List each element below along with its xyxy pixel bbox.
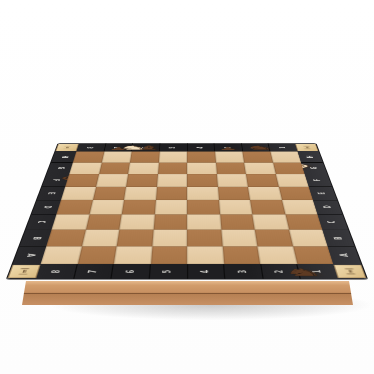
- square-a7[interactable]: [77, 246, 116, 264]
- square-a3[interactable]: [222, 246, 260, 264]
- piece-white-knight-h4[interactable]: ♞: [183, 153, 220, 160]
- coord-label-4: 4: [187, 144, 215, 152]
- square-a1[interactable]: [293, 246, 334, 264]
- square-e3[interactable]: [217, 187, 250, 200]
- square-f4[interactable]: [187, 174, 217, 186]
- board-stage: 87654321 87654321 HGFEDCBA HGFEDCBA |=||…: [37, 50, 337, 350]
- square-a4[interactable]: [187, 246, 224, 264]
- square-d1[interactable]: [282, 200, 318, 214]
- coord-label-8: 8: [36, 264, 76, 279]
- square-c6[interactable]: [119, 214, 154, 229]
- square-f3[interactable]: [216, 174, 247, 186]
- square-b8[interactable]: [46, 230, 85, 247]
- square-h8[interactable]: [73, 151, 104, 162]
- piece-black-pawn-captured-back-3[interactable]: ♟: [218, 147, 238, 151]
- square-g6[interactable]: [128, 162, 158, 174]
- chess-board[interactable]: 87654321 87654321 HGFEDCBA HGFEDCBA |=||…: [7, 144, 366, 279]
- square-f1[interactable]: [275, 174, 308, 186]
- brand-plaque: |=|: [334, 265, 367, 278]
- square-b7[interactable]: [81, 230, 119, 247]
- square-b1[interactable]: [289, 230, 328, 247]
- coord-label-3: 3: [223, 264, 262, 279]
- coord-label-8: 8: [76, 144, 105, 152]
- square-e2[interactable]: [248, 187, 282, 200]
- square-b6[interactable]: [117, 230, 153, 247]
- coord-label-2: 2: [260, 264, 300, 279]
- coord-label-4: 4: [186, 264, 224, 279]
- square-a6[interactable]: [114, 246, 152, 264]
- square-e4[interactable]: [187, 187, 219, 200]
- piece-white-pawn-g3[interactable]: ♟: [218, 167, 244, 172]
- square-d6[interactable]: [122, 200, 156, 214]
- brand-plaque: |=|: [295, 144, 318, 151]
- square-c3[interactable]: [220, 214, 255, 229]
- piece-black-knight-captured-back-4[interactable]: ♞: [244, 145, 275, 151]
- square-c4[interactable]: [187, 214, 221, 229]
- square-c7[interactable]: [85, 214, 121, 229]
- coord-label-C: C: [317, 214, 348, 229]
- piece-black-king-f8[interactable]: ♚: [55, 173, 111, 184]
- coord-label-6: 6: [111, 264, 150, 279]
- brand-plaque: |=|: [8, 265, 41, 278]
- coord-label-E: E: [309, 186, 337, 199]
- piece-white-pawn-f2[interactable]: ♟: [248, 179, 276, 184]
- square-a8[interactable]: [41, 246, 82, 264]
- square-b3[interactable]: [221, 230, 257, 247]
- square-e5[interactable]: [155, 187, 187, 200]
- coord-label-1: 1: [297, 264, 338, 279]
- chessboard-render: 87654321 87654321 HGFEDCBA HGFEDCBA |=||…: [0, 0, 374, 374]
- coord-label-5: 5: [149, 264, 187, 279]
- square-c5[interactable]: [153, 214, 187, 229]
- square-h6[interactable]: [130, 151, 159, 162]
- square-a2[interactable]: [257, 246, 296, 264]
- square-e1[interactable]: [278, 187, 313, 200]
- square-d5[interactable]: [154, 200, 187, 214]
- square-g5[interactable]: [158, 162, 187, 174]
- square-d8[interactable]: [56, 200, 92, 214]
- square-b5[interactable]: [152, 230, 187, 247]
- coord-label-7: 7: [73, 264, 113, 279]
- front-border-rank-labels: 87654321: [36, 264, 338, 279]
- square-h7[interactable]: [101, 151, 131, 162]
- square-a5[interactable]: [150, 246, 187, 264]
- piece-black-pawn-e6[interactable]: ♟: [126, 191, 154, 197]
- square-d3[interactable]: [219, 200, 253, 214]
- square-f5[interactable]: [157, 174, 187, 186]
- piece-black-pawn-f6[interactable]: ♟: [128, 179, 155, 184]
- square-g4[interactable]: [187, 162, 216, 174]
- square-c8[interactable]: [52, 214, 90, 229]
- square-d2[interactable]: [250, 200, 285, 214]
- brand-plaque: |=|: [55, 144, 78, 151]
- piece-black-bishop-captured-back-2[interactable]: ♝: [133, 145, 163, 151]
- square-b4[interactable]: [187, 230, 222, 247]
- coord-label-F: F: [305, 174, 332, 187]
- square-c1[interactable]: [285, 214, 323, 229]
- square-d4[interactable]: [187, 200, 220, 214]
- square-b2[interactable]: [255, 230, 293, 247]
- coord-label-D: D: [313, 200, 342, 214]
- square-c2[interactable]: [252, 214, 288, 229]
